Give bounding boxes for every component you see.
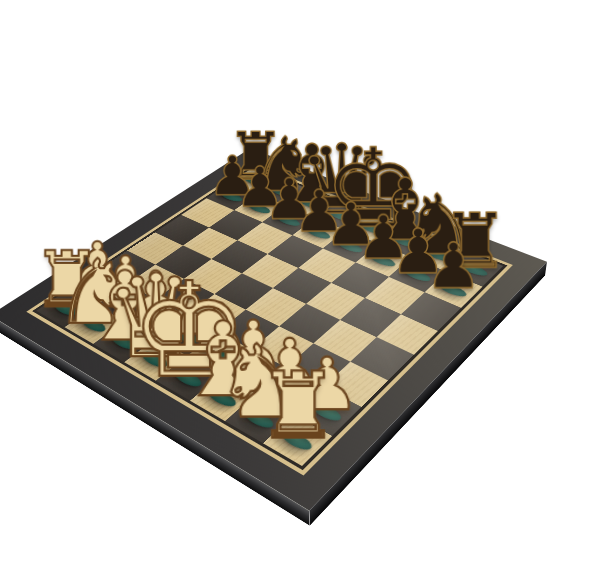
board-grid[interactable]: ♜♞♝♛♚♝♞♜♟♟♟♟♟♟♟♟♟♟♟♟♟♟♟♟♜♞♝♛♚♝♞♜ xyxy=(36,167,503,466)
board-border-line: ♜♞♝♛♚♝♞♜♟♟♟♟♟♟♟♟♟♟♟♟♟♟♟♟♜♞♝♛♚♝♞♜ xyxy=(26,163,513,476)
scene: chess ♜♞♝♛♚♝♞♜♟♟♟♟♟♟♟♟♟♟♟♟♟♟♟♟♜♞♝♛♚♝♞♜ xyxy=(0,0,593,581)
board-frame: ♜♞♝♛♚♝♞♜♟♟♟♟♟♟♟♟♟♟♟♟♟♟♟♟♜♞♝♛♚♝♞♜ xyxy=(0,148,547,510)
chess-board[interactable]: ♜♞♝♛♚♝♞♜♟♟♟♟♟♟♟♟♟♟♟♟♟♟♟♟♜♞♝♛♚♝♞♜ xyxy=(0,148,547,510)
black-pawn-h7[interactable]: ♟ xyxy=(391,235,517,298)
square-h1[interactable]: ♜ xyxy=(263,414,333,466)
square-h7[interactable]: ♟ xyxy=(424,271,483,308)
white-rook-h1[interactable]: ♜ xyxy=(206,361,389,452)
board-playing-field: ♜♞♝♛♚♝♞♜♟♟♟♟♟♟♟♟♟♟♟♟♟♟♟♟♜♞♝♛♚♝♞♜ xyxy=(36,167,503,466)
